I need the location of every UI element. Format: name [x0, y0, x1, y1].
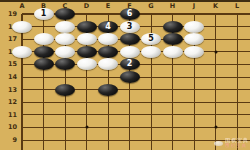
star-point-K10: [214, 126, 217, 129]
stone-black-F17: [120, 33, 140, 45]
go-problem-screen: ABCDEFGHJKL191817161514131211109164352 围…: [0, 0, 250, 150]
coord-label-row-10: 10: [2, 124, 17, 131]
grid-hline-9: [22, 140, 250, 141]
stone-white-B19: 1: [34, 8, 54, 20]
coord-label-row-11: 11: [2, 111, 17, 118]
stone-black-C19: [55, 8, 75, 20]
stone-white-E17: [98, 33, 118, 45]
stone-white-G17: 5: [141, 33, 161, 45]
coord-label-col-A: A: [19, 3, 24, 10]
stone-white-D17: [77, 33, 97, 45]
coord-label-col-K: K: [213, 3, 218, 10]
coord-label-row-14: 14: [2, 74, 17, 81]
stone-white-A16: [12, 46, 32, 58]
coord-label-row-13: 13: [2, 86, 17, 93]
stone-black-C13: [55, 84, 75, 96]
grid-vline-K: [215, 14, 216, 150]
move-number-3: 3: [127, 23, 133, 31]
stone-white-E15: [98, 58, 118, 70]
coord-label-row-12: 12: [2, 99, 17, 106]
stone-black-E18: 4: [98, 21, 118, 33]
stone-white-C17: [55, 33, 75, 45]
stone-white-F16: [120, 46, 140, 58]
stone-black-F14: [120, 71, 140, 83]
stone-white-J16: [184, 46, 204, 58]
coord-label-row-15: 15: [2, 61, 17, 68]
move-number-4: 4: [105, 23, 111, 31]
stone-white-B17: [34, 33, 54, 45]
coord-label-row-19: 19: [2, 11, 17, 18]
stone-black-F19: 6: [120, 8, 140, 20]
coord-label-row-17: 17: [2, 36, 17, 43]
coord-label-col-H: H: [170, 3, 175, 10]
stone-white-F18: 3: [120, 21, 140, 33]
stone-black-H17: [163, 33, 183, 45]
stone-white-H16: [163, 46, 183, 58]
stone-black-F15: 2: [120, 58, 140, 70]
stone-black-C15: [55, 58, 75, 70]
grid-hline-11: [22, 114, 250, 115]
stone-black-H18: [163, 21, 183, 33]
stone-black-E16: [98, 46, 118, 58]
move-number-6: 6: [127, 10, 133, 18]
stone-black-D18: [77, 21, 97, 33]
stone-white-A18: [12, 21, 32, 33]
stone-black-E13: [98, 84, 118, 96]
stone-white-D15: [77, 58, 97, 70]
stone-white-G16: [141, 46, 161, 58]
stone-white-C18: [55, 21, 75, 33]
stone-white-C16: [55, 46, 75, 58]
grid-vline-L: [237, 14, 238, 150]
stone-black-B16: [34, 46, 54, 58]
stone-black-D16: [77, 46, 97, 58]
grid-vline-A: [21, 14, 23, 150]
move-number-5: 5: [148, 35, 154, 43]
coord-label-col-D: D: [84, 3, 89, 10]
coord-label-col-G: G: [148, 3, 153, 10]
coord-label-col-E: E: [106, 3, 110, 10]
star-point-K16: [214, 50, 217, 53]
coord-label-row-9: 9: [2, 137, 17, 144]
grid-hline-12: [22, 102, 250, 103]
stone-black-B15: [34, 58, 54, 70]
stone-white-J18: [184, 21, 204, 33]
move-number-2: 2: [127, 60, 133, 68]
coord-label-col-J: J: [193, 3, 195, 10]
coord-label-col-L: L: [235, 3, 239, 10]
stone-white-J17: [184, 33, 204, 45]
star-point-D10: [85, 126, 88, 129]
move-number-1: 1: [41, 10, 47, 18]
